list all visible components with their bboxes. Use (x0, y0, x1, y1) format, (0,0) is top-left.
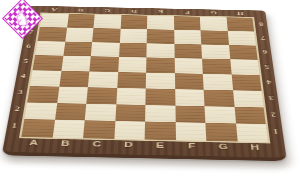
file-label-f: F (176, 138, 208, 153)
square-f5 (174, 58, 203, 74)
rank-label-3: 3 (12, 84, 28, 100)
square-h7 (227, 31, 256, 46)
square-c5 (89, 56, 118, 72)
square-d5 (118, 57, 147, 73)
square-b4 (59, 71, 89, 87)
square-b5 (61, 56, 91, 72)
rank-label-3: 3 (263, 89, 279, 106)
square-a6 (35, 41, 65, 56)
file-label-a: A (40, 6, 68, 13)
file-label-a: A (17, 135, 51, 150)
square-a3 (27, 86, 59, 103)
square-h5 (230, 59, 260, 75)
rank-label-8: 8 (254, 17, 268, 31)
square-g2 (204, 106, 235, 124)
square-f8 (174, 16, 201, 30)
square-a7 (38, 27, 67, 41)
square-c2 (85, 103, 116, 121)
white-knight-icon: ♞ (9, 5, 36, 32)
square-h6 (229, 45, 258, 60)
square-g8 (200, 17, 227, 31)
square-f4 (174, 73, 203, 89)
rank-label-5: 5 (259, 59, 274, 74)
square-g6 (201, 44, 230, 59)
square-d2 (115, 104, 146, 122)
rank-label-7: 7 (256, 30, 270, 44)
file-label-d: D (113, 137, 145, 152)
file-label-b: B (49, 136, 82, 151)
file-label-g: G (207, 139, 240, 154)
square-f3 (175, 89, 205, 106)
file-label-h: H (239, 140, 272, 155)
square-c3 (86, 87, 116, 104)
rank-label-6: 6 (21, 39, 36, 54)
square-e3 (145, 88, 175, 105)
square-g7 (201, 30, 229, 45)
square-e6 (146, 43, 174, 58)
square-c6 (91, 42, 120, 57)
square-h4 (231, 74, 261, 90)
square-d7 (119, 29, 147, 44)
file-label-b: B (67, 6, 94, 13)
square-f6 (174, 44, 202, 59)
square-a5 (33, 55, 63, 71)
square-f7 (174, 30, 202, 45)
square-b3 (57, 87, 88, 104)
rank-label-2: 2 (265, 106, 281, 123)
square-a8 (40, 13, 69, 27)
square-a2 (24, 102, 56, 120)
file-label-e: E (147, 8, 174, 15)
square-d3 (116, 88, 146, 105)
square-d8 (120, 15, 147, 29)
file-label-e: E (144, 138, 176, 153)
rank-label-5: 5 (18, 54, 33, 69)
square-c8 (93, 15, 121, 29)
file-label-f: F (174, 9, 201, 16)
rank-label-4: 4 (15, 69, 31, 85)
square-h2 (234, 107, 266, 125)
file-label-c: C (94, 7, 121, 14)
file-label-g: G (200, 9, 227, 16)
square-d4 (117, 72, 146, 88)
square-d6 (119, 43, 147, 58)
rank-label-4: 4 (261, 74, 276, 90)
file-label-h: H (227, 10, 254, 17)
product-photo: ♞ ABCDEFGH 87654321 87654321 ABCDEFGH (0, 0, 300, 176)
square-g4 (203, 74, 233, 90)
square-e8 (147, 16, 174, 30)
file-label-c: C (81, 136, 114, 151)
square-b7 (65, 27, 94, 41)
square-e2 (145, 105, 175, 123)
square-e5 (146, 58, 174, 74)
square-a4 (30, 70, 61, 86)
square-h3 (233, 90, 264, 107)
square-e7 (147, 29, 174, 44)
board-wrapper: ABCDEFGH 87654321 87654321 ABCDEFGH (14, 0, 278, 176)
file-label-d: D (121, 8, 148, 15)
chess-board: ABCDEFGH 87654321 87654321 ABCDEFGH (2, 6, 287, 162)
rank-label-2: 2 (9, 100, 26, 117)
square-h8 (226, 17, 254, 31)
square-f2 (175, 105, 205, 123)
rank-label-1: 1 (6, 117, 23, 135)
square-b2 (55, 103, 87, 121)
square-g3 (204, 90, 234, 107)
square-c4 (88, 71, 118, 87)
square-e4 (146, 73, 175, 89)
square-b6 (63, 41, 92, 56)
board-grid (19, 12, 270, 143)
rank-label-6: 6 (258, 44, 273, 59)
square-g5 (202, 59, 231, 75)
square-b8 (67, 14, 95, 28)
rank-label-1: 1 (268, 123, 284, 141)
square-c7 (92, 28, 120, 43)
